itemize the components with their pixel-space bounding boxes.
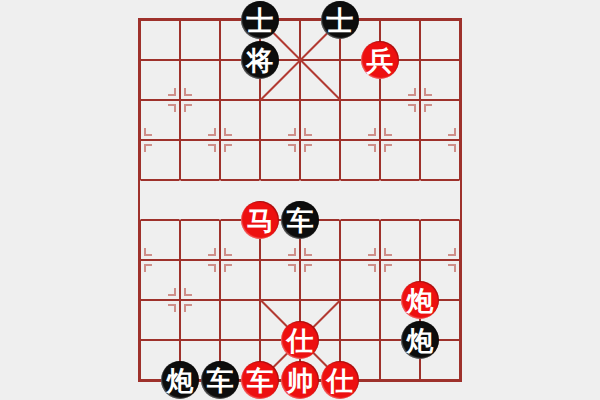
point-marker	[368, 128, 376, 136]
piece-red-chariot[interactable]: 车	[241, 361, 279, 399]
piece-black-advisor[interactable]: 士	[241, 1, 279, 39]
point-marker	[288, 248, 296, 256]
point-marker	[144, 248, 152, 256]
piece-red-cannon[interactable]: 炮	[401, 281, 439, 319]
piece-red-advisor[interactable]: 仕	[281, 321, 319, 359]
point-marker	[208, 248, 216, 256]
river-cell	[340, 180, 380, 220]
point-marker	[448, 248, 456, 256]
point-marker	[224, 128, 232, 136]
point-marker	[144, 144, 152, 152]
point-marker	[304, 264, 312, 272]
point-marker	[208, 144, 216, 152]
point-marker	[304, 144, 312, 152]
board-cell	[220, 300, 260, 340]
piece-red-soldier[interactable]: 兵	[361, 41, 399, 79]
piece-black-cannon[interactable]: 炮	[401, 321, 439, 359]
point-marker	[448, 128, 456, 136]
point-marker	[288, 128, 296, 136]
point-marker	[168, 88, 176, 96]
point-marker	[144, 264, 152, 272]
point-marker	[224, 264, 232, 272]
river-cell	[420, 180, 460, 220]
point-marker	[368, 264, 376, 272]
point-marker	[408, 88, 416, 96]
point-marker	[368, 144, 376, 152]
piece-black-general[interactable]: 将	[241, 41, 279, 79]
point-marker	[424, 104, 432, 112]
point-marker	[384, 144, 392, 152]
point-marker	[288, 144, 296, 152]
point-marker	[304, 128, 312, 136]
board-cell	[180, 20, 220, 60]
piece-red-horse[interactable]: 马	[241, 201, 279, 239]
river-cell	[140, 180, 180, 220]
point-marker	[384, 248, 392, 256]
point-marker	[304, 248, 312, 256]
point-marker	[168, 104, 176, 112]
point-marker	[424, 88, 432, 96]
piece-red-general[interactable]: 帅	[281, 361, 319, 399]
piece-red-advisor[interactable]: 仕	[321, 361, 359, 399]
board-cell	[420, 20, 460, 60]
piece-black-chariot[interactable]: 车	[201, 361, 239, 399]
river-cell	[180, 180, 220, 220]
board-cell	[140, 20, 180, 60]
point-marker	[288, 264, 296, 272]
point-marker	[184, 104, 192, 112]
xiangqi-app: 士士将兵马车炮仕炮炮车车帅仕	[0, 0, 600, 400]
board-cell	[340, 300, 380, 340]
point-marker	[168, 304, 176, 312]
point-marker	[368, 248, 376, 256]
point-marker	[184, 88, 192, 96]
piece-black-cannon[interactable]: 炮	[161, 361, 199, 399]
point-marker	[448, 264, 456, 272]
point-marker	[384, 264, 392, 272]
point-marker	[448, 144, 456, 152]
piece-black-advisor[interactable]: 士	[321, 1, 359, 39]
point-marker	[408, 104, 416, 112]
point-marker	[224, 248, 232, 256]
point-marker	[184, 304, 192, 312]
point-marker	[224, 144, 232, 152]
point-marker	[208, 264, 216, 272]
river-cell	[380, 180, 420, 220]
point-marker	[144, 128, 152, 136]
point-marker	[168, 288, 176, 296]
point-marker	[184, 288, 192, 296]
point-marker	[384, 128, 392, 136]
piece-black-chariot[interactable]: 车	[281, 201, 319, 239]
point-marker	[208, 128, 216, 136]
